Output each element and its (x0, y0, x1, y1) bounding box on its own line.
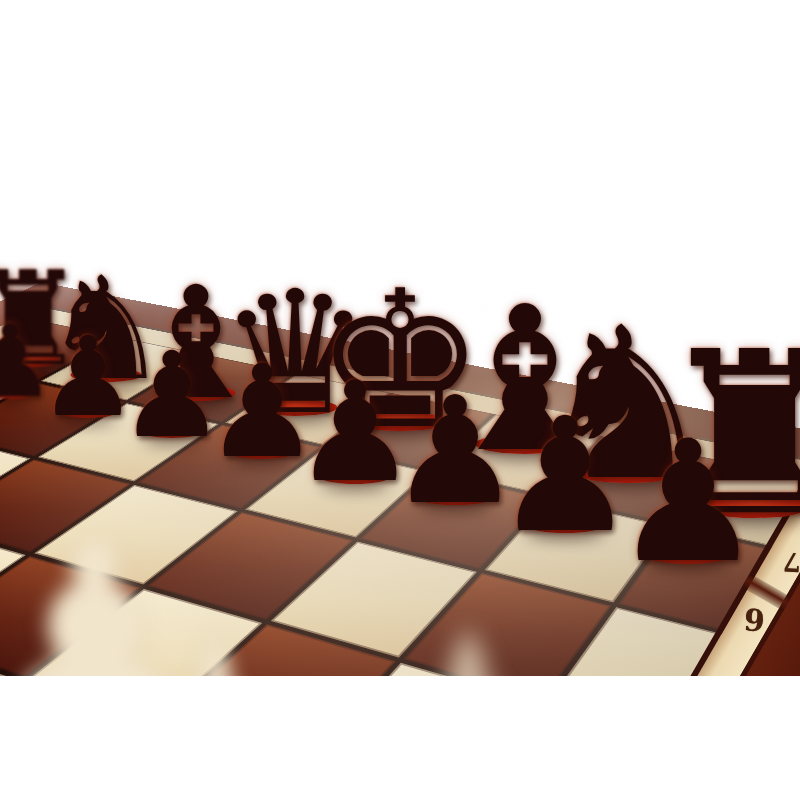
pawn-glyph: ♟ (604, 418, 772, 586)
chessboard-scene: 76 ♜♟♞♟♝♟♛♟♚♟♝♟♞♟♜♟♟♟♟ (0, 0, 800, 676)
pawn-glyph: ♟ (411, 620, 526, 676)
chess-set-photo: 76 ♜♟♞♟♝♟♛♟♚♟♝♟♞♟♜♟♟♟♟ (0, 0, 800, 800)
piece-black-pawn-h7[interactable]: ♟ (604, 418, 772, 586)
pawn-glyph: ♟ (163, 626, 268, 676)
piece-white-pawn-foreground[interactable]: ♟ (163, 626, 268, 676)
piece-white-pawn-foreground[interactable]: ♟ (411, 620, 526, 676)
